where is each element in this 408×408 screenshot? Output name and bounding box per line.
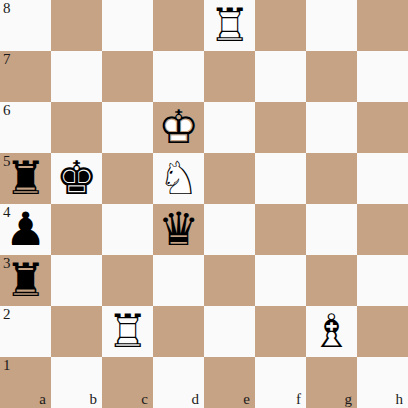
rank-label-7: 7: [3, 51, 11, 68]
square-c8[interactable]: [102, 0, 153, 51]
square-d2[interactable]: [153, 306, 204, 357]
white-bishop-glyph: ♗: [311, 306, 352, 357]
square-a6[interactable]: 6: [0, 102, 51, 153]
square-h7[interactable]: [357, 51, 408, 102]
square-e6[interactable]: [204, 102, 255, 153]
black-queen-glyph: ♛: [158, 204, 199, 255]
square-a4[interactable]: 4♟: [0, 204, 51, 255]
square-e4[interactable]: [204, 204, 255, 255]
rank-label-8: 8: [3, 0, 11, 17]
piece-black-rook[interactable]: ♜: [0, 153, 51, 204]
square-f1[interactable]: f: [255, 357, 306, 408]
file-label-h: h: [396, 391, 404, 408]
file-label-e: e: [243, 391, 250, 408]
piece-black-king[interactable]: ♚: [51, 153, 102, 204]
square-c4[interactable]: [102, 204, 153, 255]
square-g2[interactable]: ♝♗: [306, 306, 357, 357]
rank-label-1: 1: [3, 357, 11, 374]
file-label-b: b: [90, 391, 98, 408]
piece-white-king[interactable]: ♚♔: [153, 102, 204, 153]
square-h5[interactable]: [357, 153, 408, 204]
square-h1[interactable]: h: [357, 357, 408, 408]
file-label-d: d: [192, 391, 200, 408]
square-c7[interactable]: [102, 51, 153, 102]
square-f5[interactable]: [255, 153, 306, 204]
square-g3[interactable]: [306, 255, 357, 306]
white-king-glyph: ♔: [158, 102, 199, 153]
piece-white-rook[interactable]: ♜♖: [102, 306, 153, 357]
square-g6[interactable]: [306, 102, 357, 153]
black-pawn-glyph: ♟: [5, 204, 46, 255]
square-b2[interactable]: [51, 306, 102, 357]
square-a7[interactable]: 7: [0, 51, 51, 102]
black-rook-glyph: ♜: [5, 153, 46, 204]
square-g5[interactable]: [306, 153, 357, 204]
square-b5[interactable]: ♚: [51, 153, 102, 204]
piece-white-rook[interactable]: ♜♖: [204, 0, 255, 51]
square-b4[interactable]: [51, 204, 102, 255]
white-rook-glyph: ♖: [209, 0, 250, 51]
square-c2[interactable]: ♜♖: [102, 306, 153, 357]
square-b7[interactable]: [51, 51, 102, 102]
square-e8[interactable]: ♜♖: [204, 0, 255, 51]
square-g8[interactable]: [306, 0, 357, 51]
black-king-glyph: ♚: [56, 153, 97, 204]
black-rook-glyph: ♜: [5, 255, 46, 306]
file-label-c: c: [141, 391, 148, 408]
square-f7[interactable]: [255, 51, 306, 102]
square-b3[interactable]: [51, 255, 102, 306]
square-f4[interactable]: [255, 204, 306, 255]
square-d3[interactable]: [153, 255, 204, 306]
square-e5[interactable]: [204, 153, 255, 204]
file-label-f: f: [296, 391, 301, 408]
rank-label-2: 2: [3, 306, 11, 323]
piece-white-bishop[interactable]: ♝♗: [306, 306, 357, 357]
square-f2[interactable]: [255, 306, 306, 357]
square-h3[interactable]: [357, 255, 408, 306]
square-g7[interactable]: [306, 51, 357, 102]
square-d4[interactable]: ♛: [153, 204, 204, 255]
piece-black-rook[interactable]: ♜: [0, 255, 51, 306]
piece-black-pawn[interactable]: ♟: [0, 204, 51, 255]
file-label-g: g: [345, 391, 353, 408]
square-f3[interactable]: [255, 255, 306, 306]
square-a3[interactable]: 3♜: [0, 255, 51, 306]
square-d1[interactable]: d: [153, 357, 204, 408]
square-e3[interactable]: [204, 255, 255, 306]
square-g4[interactable]: [306, 204, 357, 255]
square-a2[interactable]: 2: [0, 306, 51, 357]
square-g1[interactable]: g: [306, 357, 357, 408]
square-f8[interactable]: [255, 0, 306, 51]
rank-label-6: 6: [3, 102, 11, 119]
piece-black-queen[interactable]: ♛: [153, 204, 204, 255]
square-e7[interactable]: [204, 51, 255, 102]
square-e1[interactable]: e: [204, 357, 255, 408]
square-d5[interactable]: ♞♘: [153, 153, 204, 204]
square-b6[interactable]: [51, 102, 102, 153]
white-knight-glyph: ♘: [158, 153, 199, 204]
chess-board: 8♜♖76♚♔5♜♚♞♘4♟♛3♜2♜♖♝♗1abcdefgh: [0, 0, 408, 408]
square-a5[interactable]: 5♜: [0, 153, 51, 204]
square-d6[interactable]: ♚♔: [153, 102, 204, 153]
square-h6[interactable]: [357, 102, 408, 153]
piece-white-knight[interactable]: ♞♘: [153, 153, 204, 204]
square-e2[interactable]: [204, 306, 255, 357]
square-c5[interactable]: [102, 153, 153, 204]
square-h8[interactable]: [357, 0, 408, 51]
square-b1[interactable]: b: [51, 357, 102, 408]
square-c1[interactable]: c: [102, 357, 153, 408]
square-a1[interactable]: 1a: [0, 357, 51, 408]
square-d7[interactable]: [153, 51, 204, 102]
white-rook-glyph: ♖: [107, 306, 148, 357]
square-b8[interactable]: [51, 0, 102, 51]
square-a8[interactable]: 8: [0, 0, 51, 51]
square-c3[interactable]: [102, 255, 153, 306]
square-f6[interactable]: [255, 102, 306, 153]
file-label-a: a: [39, 391, 46, 408]
square-d8[interactable]: [153, 0, 204, 51]
square-c6[interactable]: [102, 102, 153, 153]
square-h2[interactable]: [357, 306, 408, 357]
square-h4[interactable]: [357, 204, 408, 255]
